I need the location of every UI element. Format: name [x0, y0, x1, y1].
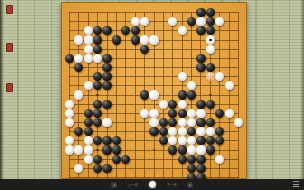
black-stone — [93, 155, 102, 164]
black-stone — [196, 136, 205, 145]
white-stone — [196, 145, 205, 154]
white-stone — [84, 145, 93, 154]
next-move-label: 下一步 — [166, 183, 177, 186]
white-stone — [215, 17, 224, 26]
white-stone — [93, 54, 102, 63]
grid-line — [219, 12, 220, 178]
black-stone — [84, 127, 93, 136]
black-stone — [187, 164, 196, 173]
black-stone — [168, 118, 177, 127]
white-stone — [65, 109, 74, 118]
white-stone — [215, 155, 224, 164]
white-stone — [84, 45, 93, 54]
black-stone — [93, 100, 102, 109]
black-stone — [93, 81, 102, 90]
white-stone — [206, 45, 215, 54]
black-stone — [206, 26, 215, 35]
white-stone — [84, 155, 93, 164]
black-stone — [168, 100, 177, 109]
white-stone — [84, 81, 93, 90]
white-stone — [140, 17, 149, 26]
black-stone — [215, 127, 224, 136]
white-stone — [74, 90, 83, 99]
black-stone — [187, 90, 196, 99]
black-stone — [102, 145, 111, 154]
white-stone — [74, 164, 83, 173]
black-stone — [206, 17, 215, 26]
mat-red-seal-1 — [6, 5, 13, 14]
white-stone — [178, 118, 187, 127]
go-app-screen: ◂ 上一步 下一步 ▸ — [0, 0, 304, 190]
prev-move-button[interactable]: ◂ — [111, 182, 117, 188]
black-stone — [131, 35, 140, 44]
replay-controls: ◂ 上一步 下一步 ▸ — [111, 181, 193, 189]
menu-icon[interactable] — [293, 181, 299, 187]
white-stone — [74, 54, 83, 63]
white-stone — [149, 109, 158, 118]
ghost-stone — [206, 72, 215, 81]
black-stone — [149, 127, 158, 136]
white-stone — [65, 118, 74, 127]
black-stone — [196, 26, 205, 35]
black-stone — [206, 136, 215, 145]
white-stone — [225, 109, 234, 118]
white-stone — [196, 109, 205, 118]
black-stone — [131, 26, 140, 35]
black-stone — [196, 155, 205, 164]
next-move-button[interactable]: ▸ — [187, 182, 193, 188]
white-stone — [149, 118, 158, 127]
white-stone — [140, 109, 149, 118]
black-stone — [84, 109, 93, 118]
star-point — [96, 149, 98, 151]
white-stone — [178, 26, 187, 35]
white-stone — [178, 100, 187, 109]
black-stone — [93, 136, 102, 145]
white-stone — [131, 17, 140, 26]
black-stone — [102, 100, 111, 109]
black-stone — [178, 145, 187, 154]
black-stone — [196, 8, 205, 17]
white-stone — [206, 127, 215, 136]
black-stone — [187, 127, 196, 136]
white-stone — [102, 118, 111, 127]
white-stone — [178, 127, 187, 136]
prev-move-label: 上一步 — [127, 183, 138, 186]
black-stone — [112, 35, 121, 44]
white-stone — [84, 54, 93, 63]
replay-toolbar: ◂ 上一步 下一步 ▸ — [0, 179, 304, 190]
black-stone — [215, 109, 224, 118]
white-stone — [215, 72, 224, 81]
black-stone — [140, 45, 149, 54]
black-stone — [93, 45, 102, 54]
black-stone — [93, 109, 102, 118]
white-stone — [225, 81, 234, 90]
white-stone — [65, 100, 74, 109]
black-stone — [84, 118, 93, 127]
white-stone — [178, 72, 187, 81]
white-stone — [140, 35, 149, 44]
black-stone — [168, 109, 177, 118]
white-stone — [149, 35, 158, 44]
black-stone — [206, 100, 215, 109]
black-stone — [102, 81, 111, 90]
black-stone — [196, 164, 205, 173]
black-stone — [206, 63, 215, 72]
black-stone — [178, 155, 187, 164]
white-stone — [187, 81, 196, 90]
black-stone — [140, 90, 149, 99]
black-stone — [74, 127, 83, 136]
black-stone — [93, 35, 102, 44]
black-stone — [187, 155, 196, 164]
star-point — [153, 149, 155, 151]
black-stone — [65, 54, 74, 63]
black-stone — [112, 155, 121, 164]
grid-line — [238, 12, 239, 178]
black-stone — [196, 100, 205, 109]
white-stone — [149, 90, 158, 99]
last-move-marker — [209, 39, 212, 42]
black-stone — [102, 54, 111, 63]
black-stone — [93, 72, 102, 81]
mat-red-seal-3 — [6, 83, 13, 92]
black-stone — [159, 136, 168, 145]
black-stone — [159, 118, 168, 127]
black-stone — [196, 54, 205, 63]
black-stone — [168, 145, 177, 154]
white-stone — [178, 136, 187, 145]
black-stone — [74, 63, 83, 72]
black-stone — [112, 136, 121, 145]
black-stone — [102, 136, 111, 145]
grid-line — [69, 177, 239, 178]
white-stone — [159, 100, 168, 109]
black-stone — [93, 164, 102, 173]
black-stone — [196, 63, 205, 72]
black-stone — [187, 17, 196, 26]
white-stone — [196, 17, 205, 26]
black-stone — [102, 26, 111, 35]
black-stone — [102, 164, 111, 173]
star-point — [209, 94, 211, 96]
white-stone — [187, 118, 196, 127]
white-stone — [65, 145, 74, 154]
white-stone — [187, 109, 196, 118]
star-point — [96, 94, 98, 96]
mat-red-seal-2 — [6, 43, 13, 52]
white-stone — [187, 136, 196, 145]
black-stone — [112, 145, 121, 154]
grid-line — [229, 12, 230, 178]
white-stone — [65, 136, 74, 145]
black-stone — [178, 109, 187, 118]
black-stone — [196, 118, 205, 127]
white-stone — [168, 17, 177, 26]
white-stone — [168, 136, 177, 145]
grid-line — [163, 12, 164, 178]
black-stone — [178, 90, 187, 99]
black-stone — [206, 145, 215, 154]
go-board[interactable] — [61, 2, 247, 179]
black-stone — [93, 118, 102, 127]
white-stone — [74, 35, 83, 44]
white-stone — [187, 145, 196, 154]
white-stone — [74, 145, 83, 154]
white-stone — [84, 26, 93, 35]
white-stone — [234, 118, 243, 127]
white-stone — [84, 35, 93, 44]
black-stone — [121, 26, 130, 35]
black-stone — [121, 155, 130, 164]
white-stone — [168, 127, 177, 136]
black-stone — [102, 72, 111, 81]
black-stone — [159, 127, 168, 136]
turn-indicator-white-stone-icon — [149, 181, 156, 188]
black-stone — [102, 63, 111, 72]
black-stone — [93, 26, 102, 35]
black-stone — [215, 136, 224, 145]
black-stone — [206, 8, 215, 17]
white-stone — [196, 127, 205, 136]
black-stone — [206, 118, 215, 127]
white-stone — [84, 136, 93, 145]
